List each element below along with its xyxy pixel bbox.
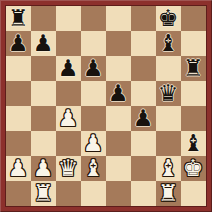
square-f6[interactable] xyxy=(131,56,156,81)
piece-white-bishop[interactable]: ♝ xyxy=(158,156,179,181)
square-c7[interactable] xyxy=(56,31,81,56)
chess-board: ♜♚♟♟♝♟♟♜♟♛♟♟♟♝♟♟♛♝♝♚♜♜ xyxy=(5,5,207,207)
square-g4[interactable] xyxy=(156,106,181,131)
square-b6[interactable] xyxy=(31,56,56,81)
square-a7[interactable]: ♟ xyxy=(6,31,31,56)
square-e6[interactable] xyxy=(106,56,131,81)
square-a1[interactable] xyxy=(6,181,31,206)
piece-black-pawn[interactable]: ♟ xyxy=(108,81,129,106)
piece-white-pawn[interactable]: ♟ xyxy=(33,156,54,181)
square-c6[interactable]: ♟ xyxy=(56,56,81,81)
square-b8[interactable] xyxy=(31,6,56,31)
square-b2[interactable]: ♟ xyxy=(31,156,56,181)
square-c2[interactable]: ♛ xyxy=(56,156,81,181)
square-d5[interactable] xyxy=(81,81,106,106)
square-h6[interactable]: ♜ xyxy=(181,56,206,81)
piece-black-pawn[interactable]: ♟ xyxy=(58,56,79,81)
square-e4[interactable] xyxy=(106,106,131,131)
piece-black-rook[interactable]: ♜ xyxy=(183,56,204,81)
square-f5[interactable] xyxy=(131,81,156,106)
square-f2[interactable] xyxy=(131,156,156,181)
piece-white-pawn[interactable]: ♟ xyxy=(58,106,79,131)
square-e1[interactable] xyxy=(106,181,131,206)
chess-board-frame: ♜♚♟♟♝♟♟♜♟♛♟♟♟♝♟♟♛♝♝♚♜♜ xyxy=(0,0,212,212)
piece-black-pawn[interactable]: ♟ xyxy=(8,31,29,56)
piece-black-queen[interactable]: ♛ xyxy=(158,81,179,106)
piece-black-pawn[interactable]: ♟ xyxy=(133,106,154,131)
square-a3[interactable] xyxy=(6,131,31,156)
piece-white-rook[interactable]: ♜ xyxy=(33,181,54,206)
square-g2[interactable]: ♝ xyxy=(156,156,181,181)
piece-black-king[interactable]: ♚ xyxy=(158,6,179,31)
square-h4[interactable] xyxy=(181,106,206,131)
square-e8[interactable] xyxy=(106,6,131,31)
square-d7[interactable] xyxy=(81,31,106,56)
piece-black-bishop[interactable]: ♝ xyxy=(158,31,179,56)
square-h2[interactable]: ♚ xyxy=(181,156,206,181)
square-b5[interactable] xyxy=(31,81,56,106)
square-d6[interactable]: ♟ xyxy=(81,56,106,81)
square-d4[interactable] xyxy=(81,106,106,131)
square-c1[interactable] xyxy=(56,181,81,206)
square-e2[interactable] xyxy=(106,156,131,181)
square-g3[interactable] xyxy=(156,131,181,156)
piece-white-pawn[interactable]: ♟ xyxy=(83,131,104,156)
square-h8[interactable] xyxy=(181,6,206,31)
square-g7[interactable]: ♝ xyxy=(156,31,181,56)
piece-black-pawn[interactable]: ♟ xyxy=(33,31,54,56)
piece-white-bishop[interactable]: ♝ xyxy=(83,156,104,181)
square-c8[interactable] xyxy=(56,6,81,31)
piece-white-king[interactable]: ♚ xyxy=(183,156,204,181)
piece-black-pawn[interactable]: ♟ xyxy=(83,56,104,81)
square-a2[interactable]: ♟ xyxy=(6,156,31,181)
square-g6[interactable] xyxy=(156,56,181,81)
square-b3[interactable] xyxy=(31,131,56,156)
square-d1[interactable] xyxy=(81,181,106,206)
square-h1[interactable] xyxy=(181,181,206,206)
square-c4[interactable]: ♟ xyxy=(56,106,81,131)
piece-black-rook[interactable]: ♜ xyxy=(8,6,29,31)
square-a8[interactable]: ♜ xyxy=(6,6,31,31)
square-h5[interactable] xyxy=(181,81,206,106)
square-d8[interactable] xyxy=(81,6,106,31)
square-f7[interactable] xyxy=(131,31,156,56)
square-a5[interactable] xyxy=(6,81,31,106)
square-g8[interactable]: ♚ xyxy=(156,6,181,31)
square-b7[interactable]: ♟ xyxy=(31,31,56,56)
square-f4[interactable]: ♟ xyxy=(131,106,156,131)
square-h3[interactable]: ♝ xyxy=(181,131,206,156)
square-a4[interactable] xyxy=(6,106,31,131)
square-f3[interactable] xyxy=(131,131,156,156)
square-d2[interactable]: ♝ xyxy=(81,156,106,181)
square-g5[interactable]: ♛ xyxy=(156,81,181,106)
square-d3[interactable]: ♟ xyxy=(81,131,106,156)
square-e3[interactable] xyxy=(106,131,131,156)
square-g1[interactable]: ♜ xyxy=(156,181,181,206)
square-e7[interactable] xyxy=(106,31,131,56)
piece-black-bishop[interactable]: ♝ xyxy=(183,131,204,156)
piece-white-queen[interactable]: ♛ xyxy=(58,156,79,181)
square-c3[interactable] xyxy=(56,131,81,156)
square-b4[interactable] xyxy=(31,106,56,131)
square-f1[interactable] xyxy=(131,181,156,206)
square-e5[interactable]: ♟ xyxy=(106,81,131,106)
square-a6[interactable] xyxy=(6,56,31,81)
square-h7[interactable] xyxy=(181,31,206,56)
square-b1[interactable]: ♜ xyxy=(31,181,56,206)
piece-white-pawn[interactable]: ♟ xyxy=(8,156,29,181)
square-c5[interactable] xyxy=(56,81,81,106)
piece-white-rook[interactable]: ♜ xyxy=(158,181,179,206)
square-f8[interactable] xyxy=(131,6,156,31)
